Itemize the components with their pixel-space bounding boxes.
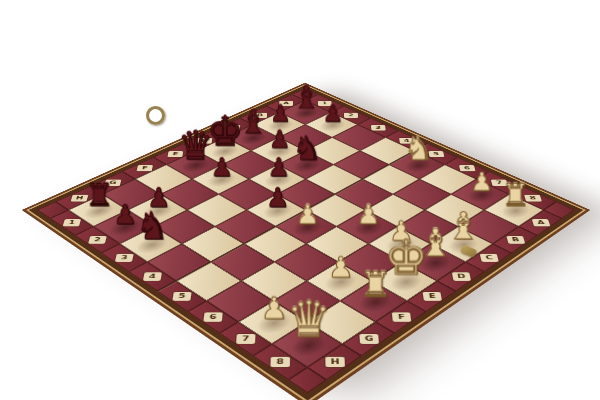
piece-dark-pawn-a2[interactable]: ♟ xyxy=(322,102,343,125)
piece-light-pawn-a7[interactable]: ♟ xyxy=(470,169,493,194)
piece-dark-queen-e1[interactable]: ♛ xyxy=(178,126,213,165)
file-label-text: B xyxy=(506,236,525,244)
piece-dark-pawn-b1[interactable]: ♟ xyxy=(270,102,291,125)
hinge-ring-icon xyxy=(146,106,165,125)
piece-dark-pawn-c2[interactable]: ♟ xyxy=(269,127,290,151)
file-label-text: F xyxy=(136,165,153,171)
rank-label-text: 7 xyxy=(236,334,255,344)
rank-label-text: 3 xyxy=(371,125,386,131)
rank-label-text: 8 xyxy=(270,357,290,367)
rank-label-text: 2 xyxy=(344,113,358,118)
file-label-text: A xyxy=(531,219,550,226)
piece-dark-bishop-a1[interactable]: ♝ xyxy=(292,82,320,113)
photo-backdrop: HGFEDCBA1♜♛♚♝♟♝12♟♟♟♟♟23♞♟♞34♟45♟♞56♟67♟… xyxy=(0,0,600,400)
rank-label-text: 5 xyxy=(172,292,191,301)
piece-dark-pawn-h2[interactable]: ♟ xyxy=(113,201,137,228)
piece-dark-knight-c3[interactable]: ♞ xyxy=(292,132,321,165)
piece-light-rook-a8[interactable]: ♜ xyxy=(501,180,529,211)
file-label-text: C xyxy=(479,254,498,262)
piece-light-rook-f8[interactable]: ♜ xyxy=(359,267,390,302)
file-label-text: G xyxy=(359,334,379,344)
piece-light-queen-h8[interactable]: ♛ xyxy=(286,295,331,345)
rank-label-text: 3 xyxy=(115,254,134,262)
piece-light-pawn-d6[interactable]: ♟ xyxy=(356,201,380,228)
file-label-text: F xyxy=(391,312,411,321)
piece-light-knight-a5[interactable]: ♞ xyxy=(403,132,432,165)
rank-label-text: 2 xyxy=(88,236,107,244)
rank-label-text: 1 xyxy=(62,219,81,226)
piece-light-pawn-h7[interactable]: ♟ xyxy=(261,293,288,323)
file-label-text: D xyxy=(451,272,470,280)
piece-dark-knight-h3[interactable]: ♞ xyxy=(135,208,168,245)
piece-dark-pawn-e2[interactable]: ♟ xyxy=(210,155,232,180)
file-label-text: H xyxy=(325,357,345,367)
piece-light-pawn-f7[interactable]: ♟ xyxy=(328,253,354,282)
file-label-text: E xyxy=(422,292,441,301)
piece-dark-pawn-d3[interactable]: ♟ xyxy=(267,155,289,180)
piece-light-pawn-e5[interactable]: ♟ xyxy=(295,201,319,228)
piece-dark-rook-h1[interactable]: ♜ xyxy=(85,180,113,211)
piece-dark-pawn-e4[interactable]: ♟ xyxy=(266,185,289,211)
rank-label-text: 4 xyxy=(143,272,162,280)
rank-label-text: 6 xyxy=(203,312,222,321)
